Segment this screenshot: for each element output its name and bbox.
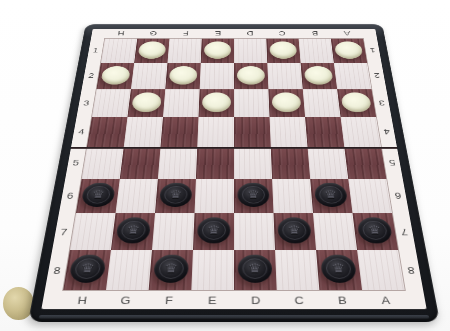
square-e7[interactable]: ♛	[193, 213, 234, 250]
file-label-c: C	[277, 291, 321, 309]
square-c4[interactable]	[270, 117, 308, 147]
square-a1[interactable]	[331, 39, 367, 64]
square-f8[interactable]: ♛	[149, 250, 193, 290]
black-piece-b6[interactable]: ♛	[314, 182, 348, 206]
crown-emblem-icon: ♛	[202, 221, 226, 240]
square-h3[interactable]	[92, 89, 131, 117]
square-a8[interactable]	[357, 250, 405, 290]
white-piece-c1[interactable]	[269, 41, 297, 58]
square-a5[interactable]	[344, 147, 386, 179]
file-label-g: G	[137, 29, 170, 38]
file-label-h: H	[59, 291, 105, 309]
square-b7[interactable]	[313, 213, 357, 250]
white-piece-f2[interactable]	[169, 66, 198, 84]
file-label-c: C	[266, 29, 299, 38]
file-label-b: B	[320, 291, 365, 309]
white-piece-e3[interactable]	[202, 92, 231, 112]
square-g4[interactable]	[124, 117, 163, 147]
black-piece-g7[interactable]: ♛	[116, 217, 152, 243]
square-d6[interactable]: ♛	[234, 179, 273, 213]
white-piece-a1[interactable]	[334, 41, 363, 58]
file-label-d: D	[234, 29, 266, 38]
square-e8[interactable]	[191, 250, 234, 290]
square-d1[interactable]	[234, 39, 267, 64]
square-e1[interactable]	[201, 39, 234, 64]
file-label-b: B	[298, 29, 331, 38]
square-e3[interactable]	[198, 89, 234, 117]
square-c1[interactable]	[266, 39, 300, 64]
square-b6[interactable]: ♛	[310, 179, 352, 213]
photo-scene: HGFEDCBA HGFEDCBA 12345678 12345678 ♛♛♛♛…	[0, 0, 450, 331]
square-b4[interactable]	[305, 117, 344, 147]
square-h1[interactable]	[101, 39, 137, 64]
black-piece-h6[interactable]: ♛	[81, 182, 116, 206]
square-b5[interactable]	[308, 147, 349, 179]
square-f3[interactable]	[163, 89, 200, 117]
square-g1[interactable]	[134, 39, 169, 64]
file-label-a: A	[363, 291, 409, 309]
black-piece-h8[interactable]: ♛	[68, 254, 106, 282]
square-a4[interactable]	[341, 117, 381, 147]
black-piece-f8[interactable]: ♛	[153, 254, 189, 282]
crown-emblem-icon: ♛	[325, 258, 352, 278]
fold-hinge-line	[71, 147, 397, 149]
file-label-e: E	[190, 291, 234, 309]
square-a7[interactable]: ♛	[352, 213, 398, 250]
square-e6[interactable]	[195, 179, 234, 213]
square-a6[interactable]	[348, 179, 392, 213]
file-label-e: E	[202, 29, 234, 38]
black-piece-f6[interactable]: ♛	[159, 182, 192, 206]
square-f1[interactable]	[167, 39, 201, 64]
file-label-f: F	[147, 291, 191, 309]
crown-emblem-icon: ♛	[242, 258, 267, 278]
square-f5[interactable]	[158, 147, 197, 179]
square-b2[interactable]	[301, 63, 338, 89]
crown-emblem-icon: ♛	[319, 186, 344, 203]
white-piece-h2[interactable]	[100, 66, 130, 84]
square-c5[interactable]	[271, 147, 310, 179]
square-c2[interactable]	[267, 63, 302, 89]
square-a3[interactable]	[337, 89, 376, 117]
white-piece-b2[interactable]	[304, 66, 334, 84]
checkers-board: HGFEDCBA HGFEDCBA 12345678 12345678 ♛♛♛♛…	[28, 24, 440, 322]
square-f2[interactable]	[165, 63, 200, 89]
file-label-d: D	[234, 291, 278, 309]
black-piece-a7[interactable]: ♛	[357, 217, 394, 243]
white-piece-c3[interactable]	[272, 92, 302, 112]
square-g5[interactable]	[120, 147, 161, 179]
square-e4[interactable]	[197, 117, 234, 147]
square-b1[interactable]	[299, 39, 334, 64]
square-c7[interactable]: ♛	[273, 213, 316, 250]
white-piece-e1[interactable]	[204, 41, 231, 58]
square-d5[interactable]	[234, 147, 272, 179]
crown-emblem-icon: ♛	[121, 221, 147, 240]
square-g8[interactable]	[106, 250, 152, 290]
file-labels-bottom: HGFEDCBA	[59, 291, 409, 309]
board-surface: HGFEDCBA HGFEDCBA 12345678 12345678 ♛♛♛♛…	[41, 29, 426, 309]
square-f7[interactable]	[152, 213, 195, 250]
square-b3[interactable]	[303, 89, 341, 117]
square-g7[interactable]: ♛	[111, 213, 155, 250]
square-c8[interactable]	[275, 250, 319, 290]
square-e2[interactable]	[200, 63, 234, 89]
square-h4[interactable]	[87, 117, 127, 147]
white-piece-g1[interactable]	[138, 41, 167, 58]
frame-ridge	[39, 315, 430, 318]
square-f6[interactable]: ♛	[155, 179, 196, 213]
crown-emblem-icon: ♛	[86, 186, 111, 203]
square-c6[interactable]	[272, 179, 313, 213]
square-h6[interactable]: ♛	[76, 179, 120, 213]
square-d8[interactable]: ♛	[234, 250, 277, 290]
square-d7[interactable]	[234, 213, 275, 250]
square-c3[interactable]	[268, 89, 305, 117]
file-label-a: A	[330, 29, 364, 38]
white-piece-g3[interactable]	[131, 92, 162, 112]
black-piece-c7[interactable]: ♛	[277, 217, 312, 243]
black-piece-e7[interactable]: ♛	[197, 217, 230, 243]
square-d3[interactable]	[234, 89, 270, 117]
square-g3[interactable]	[127, 89, 165, 117]
crown-emblem-icon: ♛	[74, 258, 102, 278]
white-piece-d2[interactable]	[237, 66, 265, 84]
square-d2[interactable]	[234, 63, 268, 89]
square-f4[interactable]	[160, 117, 198, 147]
black-piece-d8[interactable]: ♛	[238, 254, 273, 282]
square-b8[interactable]: ♛	[316, 250, 362, 290]
square-e5[interactable]	[196, 147, 234, 179]
square-g2[interactable]	[131, 63, 168, 89]
white-piece-a3[interactable]	[341, 92, 372, 112]
square-d4[interactable]	[234, 117, 271, 147]
crown-emblem-icon: ♛	[282, 221, 307, 240]
file-label-f: F	[169, 29, 202, 38]
crown-emblem-icon: ♛	[164, 186, 188, 203]
square-h5[interactable]	[82, 147, 124, 179]
square-h7[interactable]	[70, 213, 116, 250]
black-piece-b8[interactable]: ♛	[320, 254, 357, 282]
file-label-h: H	[104, 29, 138, 38]
square-a2[interactable]	[334, 63, 372, 89]
crown-emblem-icon: ♛	[362, 221, 388, 240]
file-labels-top: HGFEDCBA	[104, 29, 364, 38]
board-grid: ♛♛♛♛♛♛♛♛♛♛♛♛	[62, 38, 406, 291]
black-piece-d6[interactable]: ♛	[237, 182, 269, 206]
square-g6[interactable]	[116, 179, 158, 213]
crown-emblem-icon: ♛	[158, 258, 184, 278]
square-h2[interactable]	[97, 63, 135, 89]
square-h8[interactable]: ♛	[63, 250, 111, 290]
file-label-g: G	[103, 291, 148, 309]
crown-emblem-icon: ♛	[242, 186, 265, 203]
